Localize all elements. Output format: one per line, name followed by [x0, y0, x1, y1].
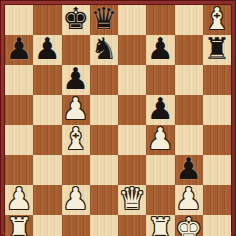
piece-black-pawn: ♟ — [34, 34, 61, 64]
piece-black-king: ♚ — [62, 4, 89, 34]
square-d5[interactable] — [90, 95, 118, 125]
square-c4[interactable]: ♝ — [62, 125, 90, 155]
chess-board: ♚♛♝♟♟♞♟♜♟♟♟♝♟♟♟♟♛♟♜♜♚ — [5, 5, 231, 231]
square-b6[interactable] — [33, 65, 61, 95]
piece-black-rook: ♜ — [203, 34, 230, 64]
square-d1[interactable] — [90, 215, 118, 236]
piece-black-queen: ♛ — [90, 4, 117, 34]
piece-black-pawn: ♟ — [147, 94, 174, 124]
square-a5[interactable] — [5, 95, 33, 125]
square-b3[interactable] — [33, 155, 61, 185]
square-h2[interactable] — [203, 185, 231, 215]
piece-white-queen: ♛ — [119, 184, 146, 214]
square-b7[interactable]: ♟ — [33, 35, 61, 65]
square-g1[interactable]: ♚ — [175, 215, 203, 236]
piece-black-pawn: ♟ — [62, 64, 89, 94]
square-b4[interactable] — [33, 125, 61, 155]
square-b2[interactable] — [33, 185, 61, 215]
piece-white-pawn: ♟ — [6, 184, 33, 214]
piece-white-pawn: ♟ — [147, 124, 174, 154]
square-f7[interactable]: ♟ — [146, 35, 174, 65]
square-e4[interactable] — [118, 125, 146, 155]
square-a7[interactable]: ♟ — [5, 35, 33, 65]
square-h5[interactable] — [203, 95, 231, 125]
square-b1[interactable] — [33, 215, 61, 236]
piece-white-bishop: ♝ — [203, 4, 230, 34]
square-h6[interactable] — [203, 65, 231, 95]
square-a6[interactable] — [5, 65, 33, 95]
square-f4[interactable]: ♟ — [146, 125, 174, 155]
piece-white-rook: ♜ — [6, 214, 33, 236]
square-d4[interactable] — [90, 125, 118, 155]
piece-white-rook: ♜ — [147, 214, 174, 236]
square-e6[interactable] — [118, 65, 146, 95]
square-a4[interactable] — [5, 125, 33, 155]
piece-white-king: ♚ — [175, 214, 202, 236]
piece-white-pawn: ♟ — [62, 184, 89, 214]
piece-black-pawn: ♟ — [6, 34, 33, 64]
square-e5[interactable] — [118, 95, 146, 125]
piece-black-pawn: ♟ — [147, 34, 174, 64]
square-g7[interactable] — [175, 35, 203, 65]
square-d6[interactable] — [90, 65, 118, 95]
square-b5[interactable] — [33, 95, 61, 125]
square-g8[interactable] — [175, 5, 203, 35]
square-d7[interactable]: ♞ — [90, 35, 118, 65]
piece-black-pawn: ♟ — [175, 154, 202, 184]
square-h4[interactable] — [203, 125, 231, 155]
square-f1[interactable]: ♜ — [146, 215, 174, 236]
square-h7[interactable]: ♜ — [203, 35, 231, 65]
square-h1[interactable] — [203, 215, 231, 236]
square-c2[interactable]: ♟ — [62, 185, 90, 215]
square-h3[interactable] — [203, 155, 231, 185]
square-c8[interactable]: ♚ — [62, 5, 90, 35]
piece-white-bishop: ♝ — [62, 124, 89, 154]
square-d2[interactable] — [90, 185, 118, 215]
square-e7[interactable] — [118, 35, 146, 65]
piece-white-pawn: ♟ — [62, 94, 89, 124]
piece-black-knight: ♞ — [90, 34, 117, 64]
square-c1[interactable] — [62, 215, 90, 236]
board-frame: ♚♛♝♟♟♞♟♜♟♟♟♝♟♟♟♟♛♟♜♜♚ — [0, 0, 236, 236]
piece-white-pawn: ♟ — [175, 184, 202, 214]
square-d3[interactable] — [90, 155, 118, 185]
square-e2[interactable]: ♛ — [118, 185, 146, 215]
square-g6[interactable] — [175, 65, 203, 95]
square-f3[interactable] — [146, 155, 174, 185]
square-g5[interactable] — [175, 95, 203, 125]
square-e1[interactable] — [118, 215, 146, 236]
square-e8[interactable] — [118, 5, 146, 35]
square-a1[interactable]: ♜ — [5, 215, 33, 236]
